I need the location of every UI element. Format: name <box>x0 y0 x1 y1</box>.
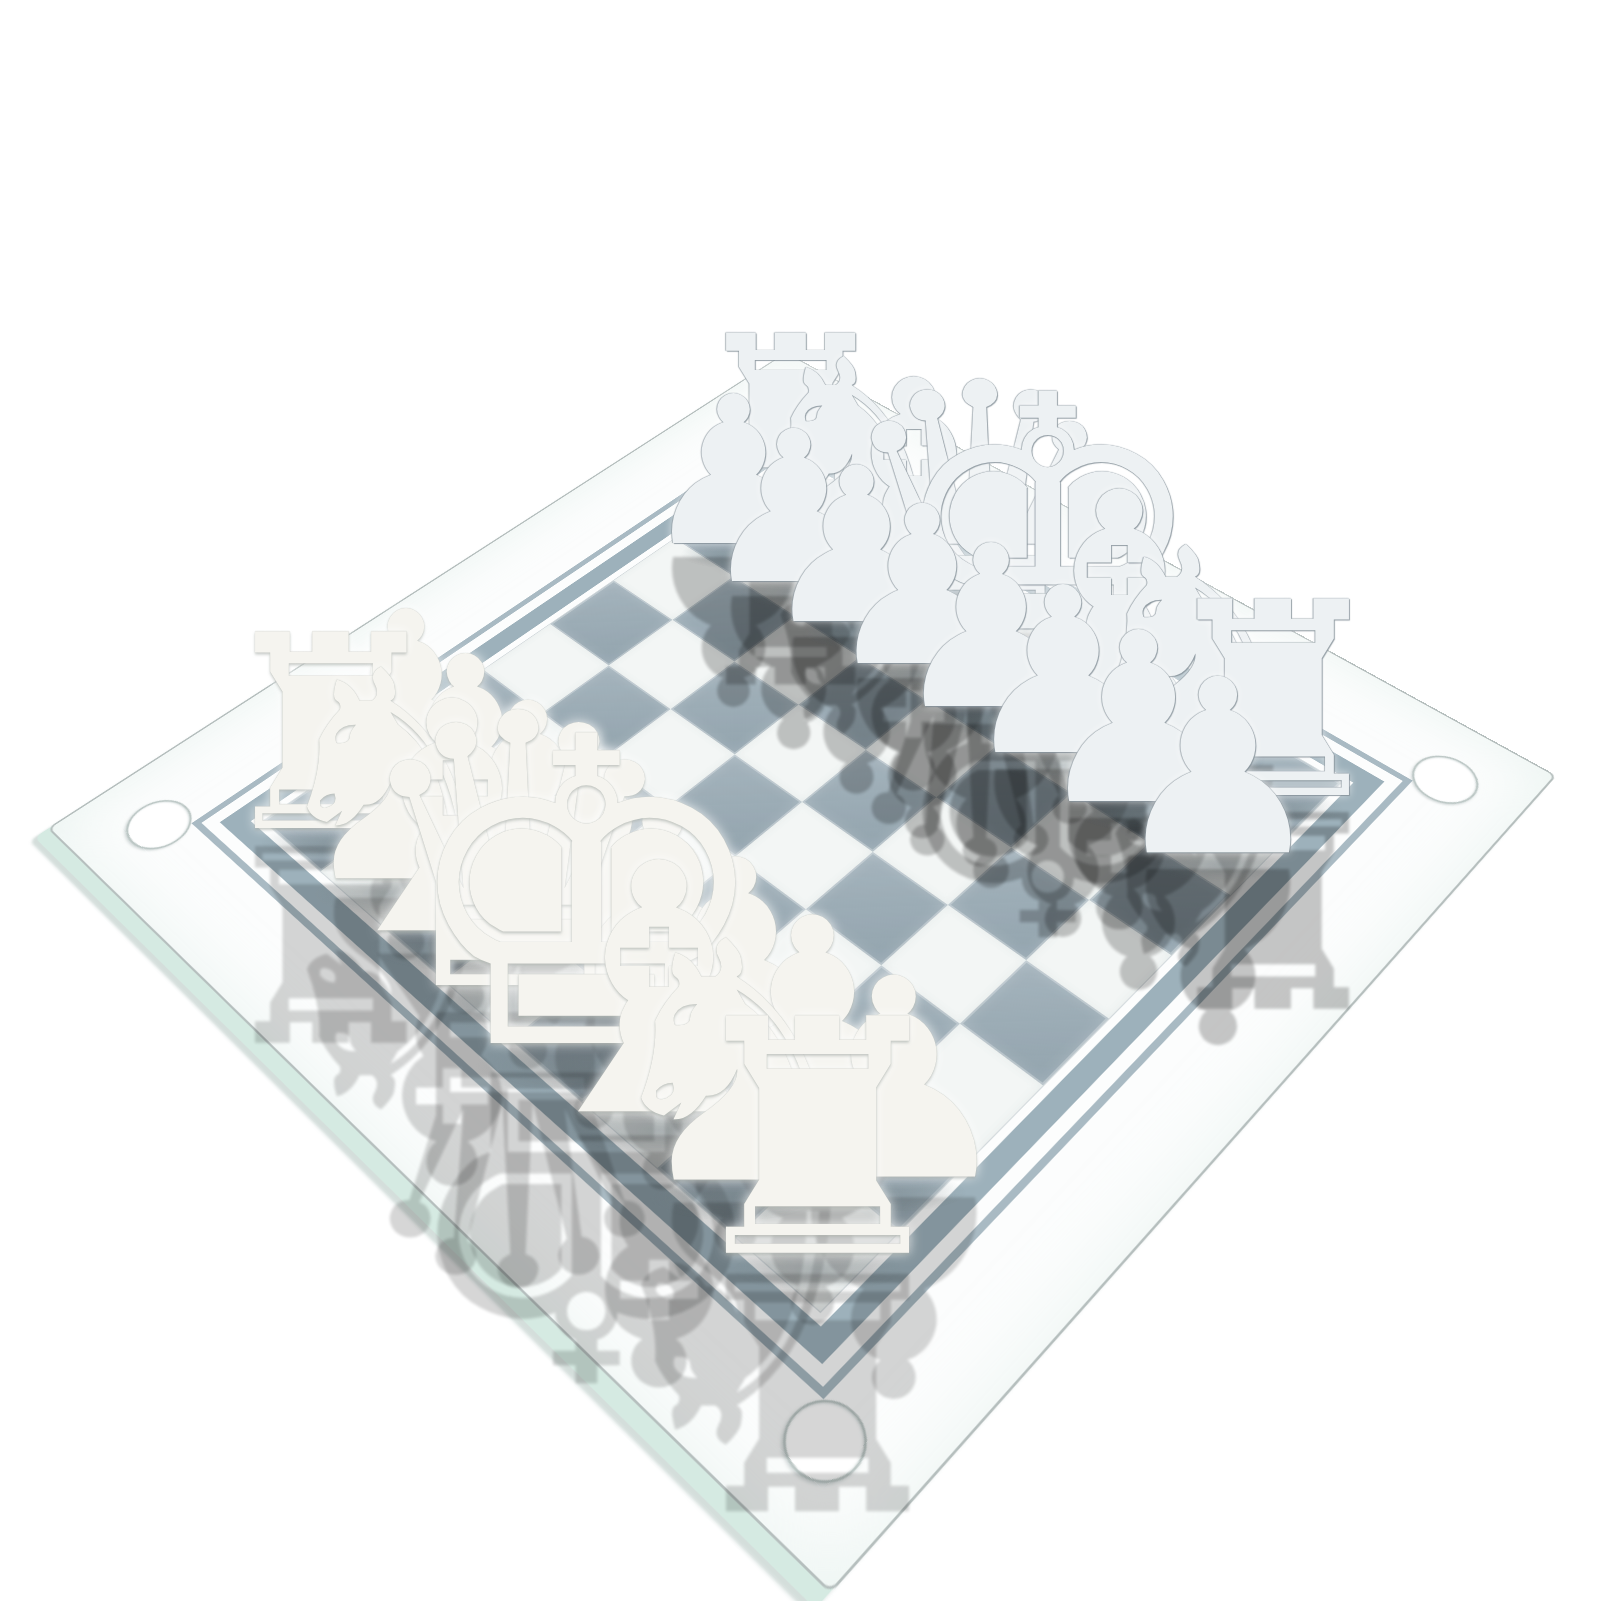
perspective-scene <box>0 0 1601 1601</box>
corner-hole-left <box>114 790 204 860</box>
board-squares <box>262 459 1342 1313</box>
corner-hole-top <box>751 384 824 429</box>
corner-hole-right <box>1400 746 1490 814</box>
board-tilt-wrapper <box>0 0 1601 1601</box>
corner-hole-bottom <box>766 1383 884 1500</box>
chess-board <box>47 352 1556 1594</box>
product-photo: ♜♜♞♞♝♝♛♛♚♚♝♝♞♞♜♜♟♟♟♟♟♟♟♟♟♟♟♟♟♟♟♟♟♟♟♟♟♟♟♟… <box>0 0 1601 1601</box>
